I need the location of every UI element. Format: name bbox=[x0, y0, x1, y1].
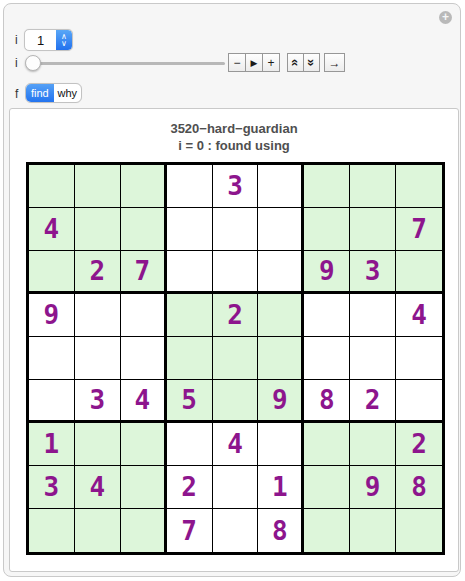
sudoku-cell bbox=[121, 423, 167, 466]
sudoku-cell bbox=[396, 165, 442, 208]
sudoku-cell bbox=[121, 509, 167, 552]
sudoku-cell bbox=[258, 423, 304, 466]
slower-button[interactable]: » bbox=[303, 53, 320, 72]
sudoku-cell bbox=[396, 509, 442, 552]
double-chevron-up-icon: « bbox=[288, 59, 303, 66]
expand-icon[interactable]: + bbox=[439, 11, 452, 24]
sudoku-cell bbox=[258, 208, 304, 251]
sudoku-cell: 7 bbox=[121, 251, 167, 294]
sudoku-cell: 2 bbox=[167, 466, 213, 509]
sudoku-cell: 8 bbox=[258, 509, 304, 552]
sudoku-cell bbox=[213, 466, 259, 509]
direction-buttons: → bbox=[324, 53, 345, 72]
sudoku-cell bbox=[304, 208, 350, 251]
sudoku-cell bbox=[213, 509, 259, 552]
play-icon: ▶ bbox=[251, 58, 258, 68]
sudoku-cell: 8 bbox=[304, 380, 350, 423]
sudoku-cell: 3 bbox=[75, 380, 121, 423]
minus-icon: − bbox=[233, 56, 240, 70]
slider-thumb[interactable] bbox=[25, 55, 41, 71]
double-chevron-down-icon: » bbox=[304, 59, 319, 66]
sudoku-cell bbox=[304, 337, 350, 380]
sudoku-cell bbox=[29, 509, 75, 552]
sudoku-cell bbox=[75, 294, 121, 337]
sudoku-cell bbox=[213, 251, 259, 294]
sudoku-cell: 3 bbox=[350, 251, 396, 294]
sudoku-cell bbox=[121, 466, 167, 509]
sudoku-cell: 4 bbox=[75, 466, 121, 509]
plus-icon: + bbox=[267, 56, 274, 70]
stepper-label: i bbox=[15, 33, 18, 47]
sudoku-cell: 4 bbox=[29, 208, 75, 251]
sudoku-cell: 9 bbox=[258, 380, 304, 423]
sudoku-cell: 4 bbox=[396, 294, 442, 337]
sudoku-cell bbox=[350, 423, 396, 466]
sudoku-cell: 4 bbox=[121, 380, 167, 423]
sudoku-cell bbox=[213, 337, 259, 380]
sudoku-cell bbox=[167, 165, 213, 208]
sudoku-cell bbox=[167, 251, 213, 294]
sudoku-cell bbox=[304, 466, 350, 509]
sudoku-cell: 8 bbox=[396, 466, 442, 509]
sudoku-cell: 7 bbox=[167, 509, 213, 552]
sudoku-cell: 4 bbox=[213, 423, 259, 466]
sudoku-cell: 9 bbox=[350, 466, 396, 509]
sudoku-cell: 9 bbox=[29, 294, 75, 337]
slider-track[interactable] bbox=[29, 62, 225, 65]
sudoku-cell: 9 bbox=[304, 251, 350, 294]
step-down-button[interactable]: − bbox=[228, 53, 246, 72]
sudoku-cell: 2 bbox=[75, 251, 121, 294]
sudoku-cell bbox=[396, 251, 442, 294]
step-buttons: − ▶ + bbox=[228, 53, 280, 72]
sudoku-cell bbox=[29, 380, 75, 423]
sudoku-cell bbox=[167, 337, 213, 380]
sudoku-cell bbox=[304, 294, 350, 337]
sudoku-cell bbox=[167, 208, 213, 251]
sudoku-cell bbox=[121, 337, 167, 380]
toggle-option-find[interactable]: find bbox=[26, 84, 54, 102]
puzzle-title: 3520−hard−guardian bbox=[10, 121, 458, 136]
sudoku-cell bbox=[121, 165, 167, 208]
sudoku-cell: 2 bbox=[350, 380, 396, 423]
arrow-right-icon: → bbox=[329, 56, 341, 70]
step-up-button[interactable]: + bbox=[262, 53, 280, 72]
sudoku-cell bbox=[213, 208, 259, 251]
sudoku-cell bbox=[350, 294, 396, 337]
chevron-down-icon: ∨ bbox=[61, 40, 67, 47]
sudoku-cell bbox=[75, 165, 121, 208]
slider-label: i bbox=[15, 56, 18, 70]
manipulate-frame: + i 1 ∧ ∨ i − ▶ + « » → f find why 3520−… bbox=[3, 3, 461, 577]
sudoku-cell bbox=[75, 337, 121, 380]
sudoku-cell bbox=[396, 337, 442, 380]
sudoku-cell bbox=[396, 380, 442, 423]
faster-button[interactable]: « bbox=[287, 53, 304, 72]
sudoku-cell bbox=[75, 423, 121, 466]
puzzle-subtitle: i = 0 : found using bbox=[10, 138, 458, 153]
sudoku-cell bbox=[304, 423, 350, 466]
sudoku-cell bbox=[29, 251, 75, 294]
sudoku-cell bbox=[304, 509, 350, 552]
sudoku-grid: 347279392434598214234219878 bbox=[26, 162, 445, 555]
speed-buttons: « » bbox=[287, 53, 320, 72]
sudoku-cell bbox=[304, 165, 350, 208]
sudoku-cell bbox=[167, 294, 213, 337]
play-button[interactable]: ▶ bbox=[245, 53, 263, 72]
sudoku-cell bbox=[121, 208, 167, 251]
sudoku-cell: 2 bbox=[213, 294, 259, 337]
sudoku-cell bbox=[350, 208, 396, 251]
sudoku-cell bbox=[350, 337, 396, 380]
sudoku-cell bbox=[350, 165, 396, 208]
i-stepper-value: 1 bbox=[25, 30, 56, 50]
sudoku-cell bbox=[75, 208, 121, 251]
sudoku-cell bbox=[350, 509, 396, 552]
display-panel: 3520−hard−guardian i = 0 : found using 3… bbox=[9, 108, 459, 572]
sudoku-cell bbox=[258, 337, 304, 380]
toggle-label: f bbox=[15, 87, 18, 101]
sudoku-cell bbox=[258, 294, 304, 337]
toggle-option-why[interactable]: why bbox=[54, 84, 82, 102]
sudoku-cell bbox=[258, 165, 304, 208]
i-stepper[interactable]: 1 ∧ ∨ bbox=[24, 29, 73, 51]
sudoku-cell: 3 bbox=[213, 165, 259, 208]
sudoku-cell bbox=[213, 380, 259, 423]
sudoku-cell: 7 bbox=[396, 208, 442, 251]
sudoku-cell bbox=[121, 294, 167, 337]
sudoku-cell: 3 bbox=[29, 466, 75, 509]
sudoku-cell bbox=[29, 165, 75, 208]
sudoku-cell: 2 bbox=[396, 423, 442, 466]
sudoku-cell bbox=[75, 509, 121, 552]
direction-button[interactable]: → bbox=[324, 53, 345, 72]
sudoku-cell: 5 bbox=[167, 380, 213, 423]
f-setter-bar: find why bbox=[25, 83, 82, 103]
sudoku-cell bbox=[167, 423, 213, 466]
sudoku-cell bbox=[258, 251, 304, 294]
sudoku-cell: 1 bbox=[258, 466, 304, 509]
sudoku-cell: 1 bbox=[29, 423, 75, 466]
sudoku-cell bbox=[29, 337, 75, 380]
stepper-arrows-icon[interactable]: ∧ ∨ bbox=[56, 30, 72, 50]
